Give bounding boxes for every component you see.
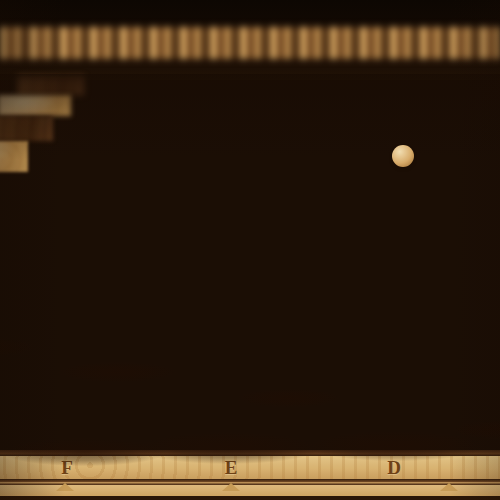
chess-set-photo: ♜♞♚♝♞ ♟♟♟♟♟♟ F E D ♟♝♟♚♟♛♟: [0, 0, 500, 500]
far-board-shadow: [0, 74, 500, 160]
outer-border-strip: [0, 485, 500, 496]
piece-shadow: [234, 388, 344, 408]
ornament-mark: [440, 483, 458, 491]
queen-finial-ball: [392, 145, 414, 167]
board-rank-5: [0, 172, 500, 215]
ornament-mark: [222, 483, 240, 491]
board-rank-7: [0, 273, 500, 353]
board-rank-6: [0, 215, 500, 273]
ornament-mark: [56, 483, 74, 491]
board-front-edge: [0, 496, 500, 500]
king-e8[interactable]: ♚: [127, 0, 329, 17]
piece-shadow: [55, 361, 180, 383]
piece-shadow: [131, 431, 326, 465]
piece-shadow: [301, 430, 491, 462]
queen-d8[interactable]: ♛: [303, 0, 488, 12]
